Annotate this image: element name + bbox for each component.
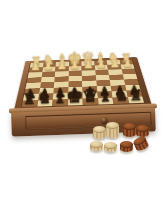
checker-light: [90, 144, 103, 151]
checkers-tray: [85, 118, 161, 166]
checker-dark: [120, 144, 133, 152]
square: ♝: [52, 99, 67, 106]
white-rook: ♜: [121, 52, 133, 65]
square: ♜: [127, 96, 144, 103]
white-knight: ♞: [43, 53, 56, 67]
square: ♞: [112, 97, 128, 104]
checker-dark: [134, 138, 150, 152]
checker-light: [104, 145, 117, 152]
white-bishop: ♝: [94, 51, 107, 66]
chess-board-grid: ♜♞♝♚♛♝♞♜♟♟♟♟♟♟♟♟♟♟♟♟♟♟♟♟♜♞♝♚♛♝♞♜: [22, 59, 144, 107]
white-rook: ♜: [30, 55, 42, 68]
square: ♝: [98, 97, 114, 104]
product-photo: ♜♞♝♚♛♝♞♜♟♟♟♟♟♟♟♟♟♟♟♟♟♟♟♟♜♞♝♚♛♝♞♜: [0, 0, 164, 200]
checker-light: [106, 125, 119, 138]
square: ♜: [22, 100, 38, 107]
chess-board: ♜♞♝♚♛♝♞♜♟♟♟♟♟♟♟♟♟♟♟♟♟♟♟♟♜♞♝♚♛♝♞♜: [14, 57, 152, 110]
square: ♚: [68, 98, 83, 105]
white-knight: ♞: [107, 51, 120, 65]
board-scene: ♜♞♝♚♛♝♞♜♟♟♟♟♟♟♟♟♟♟♟♟♟♟♟♟♜♞♝♚♛♝♞♜: [4, 21, 159, 110]
white-bishop: ♝: [55, 52, 68, 67]
checker-dark: [123, 126, 136, 137]
checker-light: [93, 129, 106, 139]
square: ♛: [83, 98, 99, 105]
white-king: ♚: [67, 49, 83, 66]
white-queen: ♛: [80, 50, 95, 66]
square: ♞: [37, 100, 53, 107]
